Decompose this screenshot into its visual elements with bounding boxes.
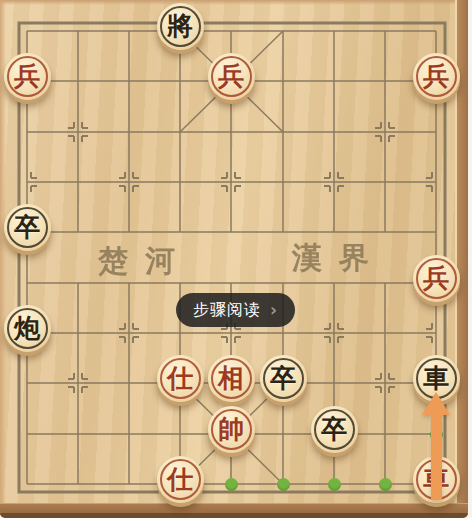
piece-black-soldier-2[interactable]: 卒 (260, 355, 307, 402)
river-label-chu-he: 楚河 (98, 246, 192, 276)
piece-black-general[interactable]: 將 (157, 3, 204, 50)
piece-glyph: 帥 (218, 416, 244, 442)
piece-red-elephant[interactable]: 相 (208, 355, 255, 402)
move-arrow-head (422, 392, 450, 415)
move-path-dot[interactable] (328, 478, 341, 491)
move-path-dot[interactable] (379, 478, 392, 491)
piece-glyph: 將 (167, 13, 193, 39)
xiangqi-app-screen: 楚河 漢界 將兵兵兵卒兵炮仕相卒車帥卒仕車 步骤阅读 › (0, 0, 472, 518)
piece-glyph: 兵 (14, 63, 40, 89)
piece-red-soldier-4[interactable]: 兵 (413, 255, 460, 302)
piece-red-soldier-1[interactable]: 兵 (4, 53, 51, 100)
move-arrow-shaft (431, 413, 442, 500)
piece-glyph: 卒 (270, 365, 296, 391)
piece-red-soldier-2[interactable]: 兵 (208, 53, 255, 100)
steps-reading-label: 步骤阅读 (193, 300, 261, 321)
piece-glyph: 炮 (14, 315, 40, 341)
piece-glyph: 兵 (423, 63, 449, 89)
piece-black-soldier-1[interactable]: 卒 (4, 204, 51, 251)
piece-glyph: 仕 (167, 466, 193, 492)
chevron-right-icon: › (270, 300, 278, 320)
move-path-dot[interactable] (277, 478, 290, 491)
piece-black-cannon[interactable]: 炮 (4, 305, 51, 352)
piece-glyph: 兵 (423, 265, 449, 291)
piece-glyph: 仕 (167, 365, 193, 391)
piece-glyph: 車 (423, 365, 449, 391)
piece-glyph: 卒 (14, 214, 40, 240)
piece-red-soldier-3[interactable]: 兵 (413, 53, 460, 100)
piece-glyph: 卒 (321, 416, 347, 442)
piece-glyph: 兵 (218, 63, 244, 89)
xiangqi-board[interactable]: 楚河 漢界 將兵兵兵卒兵炮仕相卒車帥卒仕車 (0, 0, 468, 515)
steps-reading-button[interactable]: 步骤阅读 › (176, 293, 295, 327)
river-label-han-jie: 漢界 (292, 243, 386, 273)
piece-red-general[interactable]: 帥 (208, 406, 255, 453)
move-path-dot[interactable] (225, 478, 238, 491)
piece-red-advisor-2[interactable]: 仕 (157, 456, 204, 503)
piece-glyph: 相 (218, 365, 244, 391)
piece-black-soldier-3[interactable]: 卒 (311, 406, 358, 453)
piece-red-advisor-1[interactable]: 仕 (157, 355, 204, 402)
